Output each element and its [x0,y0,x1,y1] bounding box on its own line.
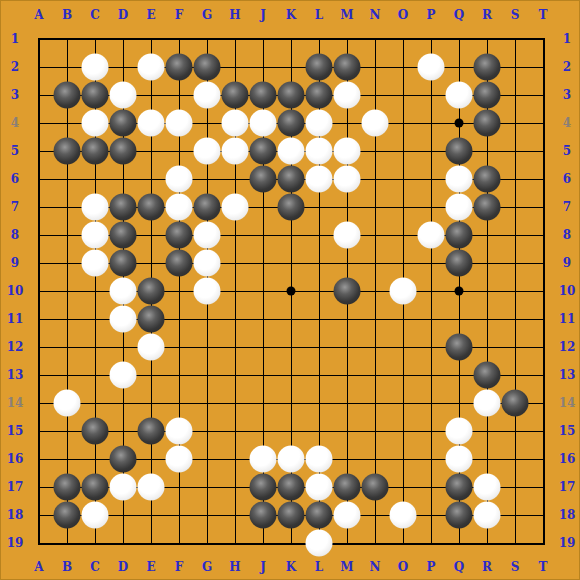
column-label-bottom-J: J [260,561,266,573]
white-stone [250,446,277,473]
row-label-right-10: 10 [559,285,576,297]
white-stone [166,166,193,193]
black-stone [110,222,137,249]
column-label-top-K: K [286,9,296,21]
white-stone [474,390,501,417]
column-label-top-M: M [340,9,353,21]
column-label-bottom-F: F [175,561,184,573]
row-label-left-3: 3 [11,89,19,101]
black-stone [54,82,81,109]
white-stone [306,530,333,557]
black-stone [474,362,501,389]
black-stone [474,166,501,193]
white-stone [138,54,165,81]
black-stone [334,474,361,501]
column-label-bottom-T: T [539,561,548,573]
white-stone [110,362,137,389]
row-label-right-15: 15 [559,425,576,437]
white-stone [222,194,249,221]
row-label-right-1: 1 [563,33,571,45]
row-label-right-11: 11 [559,313,576,325]
white-stone [446,166,473,193]
column-label-bottom-M: M [340,561,353,573]
white-stone [334,502,361,529]
black-stone [362,474,389,501]
column-label-bottom-K: K [286,561,296,573]
column-label-top-T: T [539,9,548,21]
column-label-top-O: O [398,9,408,21]
white-stone [82,54,109,81]
white-stone [138,474,165,501]
row-label-right-14: 14 [559,397,576,409]
column-label-top-A: A [34,9,43,21]
white-stone [278,138,305,165]
row-label-left-8: 8 [11,229,19,241]
row-label-right-13: 13 [559,369,576,381]
row-label-left-12: 12 [7,341,24,353]
black-stone [446,250,473,277]
row-label-left-4: 4 [11,117,19,129]
black-stone [138,418,165,445]
black-stone [166,54,193,81]
column-label-top-B: B [62,9,72,21]
white-stone [110,82,137,109]
column-label-bottom-G: G [202,561,212,573]
row-label-right-2: 2 [563,61,571,73]
black-stone [222,82,249,109]
row-label-left-19: 19 [7,537,24,549]
white-stone [222,110,249,137]
black-stone [138,278,165,305]
white-stone [194,222,221,249]
column-label-bottom-C: C [90,561,100,573]
black-stone [250,138,277,165]
column-label-bottom-S: S [511,561,520,573]
black-stone [446,474,473,501]
row-label-left-14: 14 [7,397,24,409]
row-label-right-8: 8 [563,229,571,241]
column-label-bottom-O: O [398,561,408,573]
white-stone [390,278,417,305]
white-stone [110,306,137,333]
row-label-right-7: 7 [563,201,571,213]
black-stone [110,110,137,137]
white-stone [166,194,193,221]
row-label-left-1: 1 [11,33,19,45]
column-label-bottom-A: A [34,561,43,573]
column-label-top-L: L [315,9,323,21]
star-point-Q4 [455,119,464,128]
black-stone [138,306,165,333]
black-stone [334,278,361,305]
white-stone [166,418,193,445]
white-stone [446,194,473,221]
black-stone [82,82,109,109]
black-stone [250,82,277,109]
black-stone [250,166,277,193]
column-label-bottom-B: B [62,561,72,573]
column-label-bottom-N: N [370,561,381,573]
black-stone [334,54,361,81]
column-label-top-N: N [370,9,381,21]
row-label-right-19: 19 [559,537,576,549]
black-stone [194,54,221,81]
black-stone [166,250,193,277]
black-stone [138,194,165,221]
column-label-bottom-P: P [426,561,435,573]
white-stone [446,446,473,473]
white-stone [278,446,305,473]
row-label-left-18: 18 [7,509,24,521]
column-label-bottom-D: D [118,561,128,573]
black-stone [474,194,501,221]
white-stone [418,222,445,249]
black-stone [278,474,305,501]
row-label-left-16: 16 [7,453,24,465]
white-stone [418,54,445,81]
row-label-right-16: 16 [559,453,576,465]
white-stone [82,250,109,277]
black-stone [110,138,137,165]
white-stone [194,278,221,305]
column-label-top-C: C [90,9,100,21]
star-point-Q10 [455,287,464,296]
row-label-right-12: 12 [559,341,576,353]
column-label-top-G: G [202,9,212,21]
black-stone [278,502,305,529]
black-stone [446,502,473,529]
white-stone [82,222,109,249]
black-stone [502,390,529,417]
white-stone [110,474,137,501]
black-stone [446,222,473,249]
column-label-bottom-R: R [482,561,492,573]
column-label-bottom-L: L [315,561,323,573]
white-stone [306,474,333,501]
black-stone [166,222,193,249]
column-label-top-P: P [426,9,435,21]
row-label-right-6: 6 [563,173,571,185]
black-stone [474,54,501,81]
black-stone [278,194,305,221]
black-stone [446,138,473,165]
row-label-right-5: 5 [563,145,571,157]
black-stone [194,194,221,221]
black-stone [82,474,109,501]
white-stone [446,82,473,109]
column-label-top-E: E [146,9,155,21]
white-stone [54,390,81,417]
row-label-left-5: 5 [11,145,19,157]
row-label-left-17: 17 [7,481,24,493]
white-stone [306,110,333,137]
column-label-top-D: D [118,9,128,21]
white-stone [362,110,389,137]
row-label-left-9: 9 [11,257,19,269]
row-label-left-2: 2 [11,61,19,73]
white-stone [334,82,361,109]
column-label-bottom-E: E [146,561,155,573]
row-label-left-11: 11 [7,313,24,325]
row-label-right-9: 9 [563,257,571,269]
column-label-top-S: S [511,9,520,21]
row-label-left-7: 7 [11,201,19,213]
white-stone [222,138,249,165]
white-stone [390,502,417,529]
row-label-left-10: 10 [7,285,24,297]
white-stone [306,138,333,165]
black-stone [250,474,277,501]
column-label-top-F: F [175,9,184,21]
white-stone [82,194,109,221]
white-stone [306,166,333,193]
black-stone [306,82,333,109]
white-stone [334,138,361,165]
white-stone [474,502,501,529]
white-stone [166,446,193,473]
black-stone [250,502,277,529]
column-label-bottom-Q: Q [454,561,464,573]
row-label-right-17: 17 [559,481,576,493]
column-label-top-R: R [482,9,492,21]
black-stone [110,194,137,221]
black-stone [278,110,305,137]
row-label-right-4: 4 [563,117,571,129]
white-stone [138,334,165,361]
white-stone [110,278,137,305]
white-stone [334,222,361,249]
white-stone [446,418,473,445]
white-stone [194,138,221,165]
black-stone [306,502,333,529]
black-stone [474,110,501,137]
black-stone [278,166,305,193]
row-label-left-6: 6 [11,173,19,185]
white-stone [194,250,221,277]
black-stone [306,54,333,81]
column-label-bottom-H: H [229,561,240,573]
column-label-top-H: H [229,9,240,21]
go-board[interactable]: AABBCCDDEEFFGGHHJJKKLLMMNNOOPPQQRRSSTT11… [0,0,580,580]
white-stone [474,474,501,501]
black-stone [54,502,81,529]
black-stone [82,138,109,165]
black-stone [110,446,137,473]
column-label-top-Q: Q [454,9,464,21]
row-label-right-3: 3 [563,89,571,101]
row-label-left-15: 15 [7,425,24,437]
black-stone [54,474,81,501]
white-stone [82,110,109,137]
black-stone [110,250,137,277]
white-stone [306,446,333,473]
white-stone [82,502,109,529]
star-point-K10 [287,287,296,296]
column-label-top-J: J [260,9,266,21]
black-stone [278,82,305,109]
row-label-left-13: 13 [7,369,24,381]
white-stone [138,110,165,137]
white-stone [334,166,361,193]
black-stone [474,82,501,109]
black-stone [446,334,473,361]
white-stone [194,82,221,109]
white-stone [166,110,193,137]
black-stone [82,418,109,445]
black-stone [54,138,81,165]
white-stone [250,110,277,137]
row-label-right-18: 18 [559,509,576,521]
